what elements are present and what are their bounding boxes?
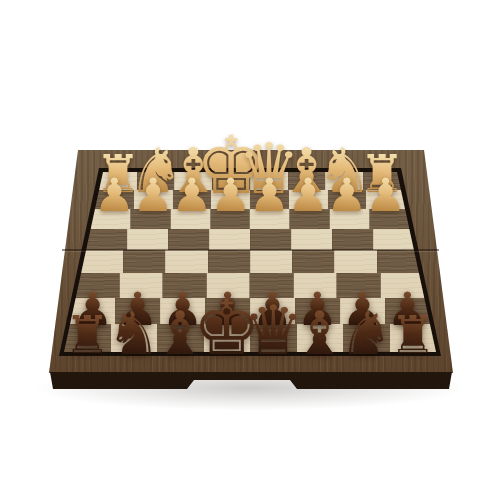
piece-white-pawn-b2[interactable]: ♟: [326, 172, 367, 218]
piece-white-pawn-h2[interactable]: ♟: [94, 172, 135, 218]
piece-white-pawn-f2[interactable]: ♟: [171, 172, 212, 218]
chess-set-photo: ♜♞♝♚♛♝♞♜♟♟♟♟♟♟♟♟♟♟♟♟♟♟♟♟♜♞♝♚♛♝♞♜: [0, 0, 500, 500]
piece-white-pawn-a2[interactable]: ♟: [365, 172, 406, 218]
pieces-layer: ♜♞♝♚♛♝♞♜♟♟♟♟♟♟♟♟♟♟♟♟♟♟♟♟♜♞♝♚♛♝♞♜: [0, 0, 500, 500]
piece-white-pawn-g2[interactable]: ♟: [132, 172, 173, 218]
piece-white-pawn-d2[interactable]: ♟: [249, 172, 290, 218]
piece-black-rook-h8[interactable]: ♜: [64, 309, 111, 361]
piece-white-pawn-e2[interactable]: ♟: [210, 172, 251, 218]
piece-white-pawn-c2[interactable]: ♟: [288, 172, 329, 218]
piece-black-knight-b8[interactable]: ♞: [339, 303, 393, 363]
piece-black-rook-a8[interactable]: ♜: [389, 309, 436, 361]
